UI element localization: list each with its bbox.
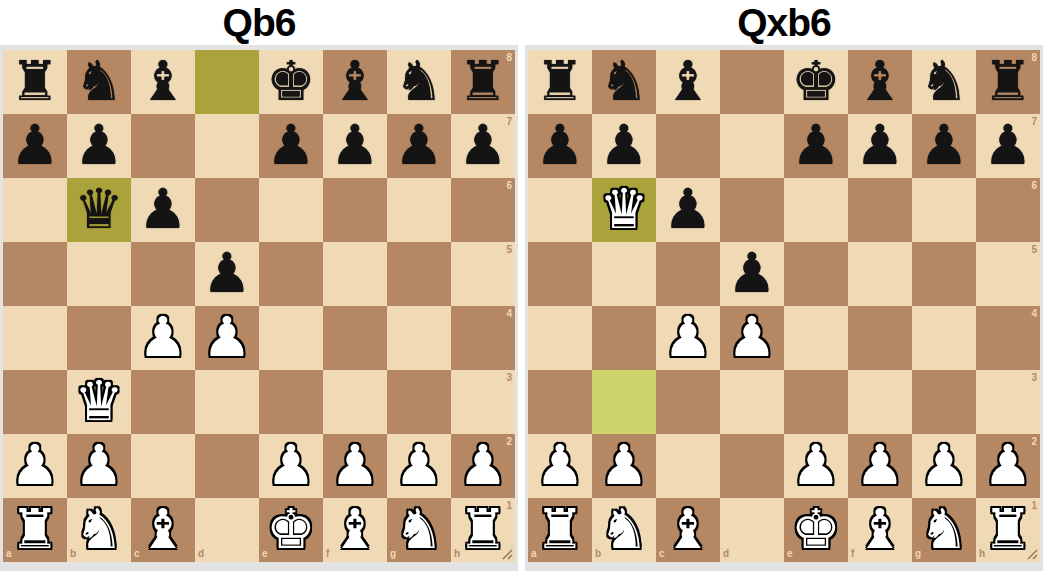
square-g7[interactable]: ♟ — [912, 114, 976, 178]
square-f7[interactable]: ♟ — [323, 114, 387, 178]
square-g1[interactable]: ♞g — [912, 498, 976, 562]
file-label-d: d — [198, 549, 204, 559]
square-d3[interactable] — [195, 370, 259, 434]
square-a2[interactable]: ♟ — [3, 434, 67, 498]
square-d8[interactable] — [720, 50, 784, 114]
white-pawn-piece[interactable]: ♟ — [195, 306, 259, 370]
square-b1[interactable]: ♞b — [67, 498, 131, 562]
square-c6[interactable]: ♟ — [131, 178, 195, 242]
white-pawn-piece[interactable]: ♟ — [976, 434, 1040, 498]
white-king-piece[interactable]: ♚ — [784, 498, 848, 562]
square-h2[interactable]: ♟2 — [976, 434, 1040, 498]
white-bishop-piece[interactable]: ♝ — [848, 498, 912, 562]
square-h5[interactable]: 5 — [976, 242, 1040, 306]
file-label-e: e — [262, 549, 268, 559]
square-g5[interactable] — [387, 242, 451, 306]
panel-qb6: Qb6 ♜♞♝♚♝♞♜8♟♟♟♟♟♟7♛♟6♟5♟♟4♛3♟♟♟♟♟♟2♜a♞b… — [0, 0, 518, 571]
square-h8[interactable]: ♜8 — [451, 50, 515, 114]
square-c2[interactable] — [131, 434, 195, 498]
square-a3[interactable] — [3, 370, 67, 434]
file-label-h: h — [979, 549, 985, 559]
square-g3[interactable] — [912, 370, 976, 434]
square-c4[interactable]: ♟ — [656, 306, 720, 370]
square-d7[interactable] — [195, 114, 259, 178]
square-a7[interactable]: ♟ — [3, 114, 67, 178]
black-bishop-piece[interactable]: ♝ — [323, 50, 387, 114]
chess-board-qb6: ♜♞♝♚♝♞♜8♟♟♟♟♟♟7♛♟6♟5♟♟4♛3♟♟♟♟♟♟2♜a♞b♝cd♚… — [3, 50, 515, 562]
rank-label-5: 5 — [1031, 245, 1037, 255]
black-pawn-piece[interactable]: ♟ — [259, 114, 323, 178]
square-b2[interactable]: ♟ — [67, 434, 131, 498]
square-b6[interactable]: ♛ — [592, 178, 656, 242]
square-f3[interactable] — [323, 370, 387, 434]
square-b1[interactable]: ♞b — [592, 498, 656, 562]
black-king-piece[interactable]: ♚ — [259, 50, 323, 114]
rank-label-6: 6 — [1031, 181, 1037, 191]
square-e7[interactable]: ♟ — [784, 114, 848, 178]
square-h7[interactable]: ♟7 — [976, 114, 1040, 178]
square-g4[interactable] — [387, 306, 451, 370]
square-h4[interactable]: 4 — [976, 306, 1040, 370]
black-pawn-piece[interactable]: ♟ — [720, 242, 784, 306]
square-b8[interactable]: ♞ — [67, 50, 131, 114]
white-queen-piece[interactable]: ♛ — [67, 370, 131, 434]
black-pawn-piece[interactable]: ♟ — [131, 178, 195, 242]
file-label-a: a — [531, 549, 537, 559]
square-d1[interactable]: d — [720, 498, 784, 562]
square-g6[interactable] — [387, 178, 451, 242]
square-a4[interactable] — [3, 306, 67, 370]
black-pawn-piece[interactable]: ♟ — [3, 114, 67, 178]
black-pawn-piece[interactable]: ♟ — [195, 242, 259, 306]
white-rook-piece[interactable]: ♜ — [528, 498, 592, 562]
black-pawn-piece[interactable]: ♟ — [976, 114, 1040, 178]
square-a5[interactable] — [3, 242, 67, 306]
white-pawn-piece[interactable]: ♟ — [656, 306, 720, 370]
black-queen-piece[interactable]: ♛ — [67, 178, 131, 242]
square-c5[interactable] — [131, 242, 195, 306]
square-a1[interactable]: ♜a — [528, 498, 592, 562]
square-g2[interactable]: ♟ — [912, 434, 976, 498]
square-d6[interactable] — [720, 178, 784, 242]
square-c3[interactable] — [656, 370, 720, 434]
square-d4[interactable]: ♟ — [195, 306, 259, 370]
black-pawn-piece[interactable]: ♟ — [592, 114, 656, 178]
square-e5[interactable] — [259, 242, 323, 306]
file-label-c: c — [134, 549, 140, 559]
square-d4[interactable]: ♟ — [720, 306, 784, 370]
square-f1[interactable]: ♝f — [323, 498, 387, 562]
white-pawn-piece[interactable]: ♟ — [720, 306, 784, 370]
white-bishop-piece[interactable]: ♝ — [323, 498, 387, 562]
white-knight-piece[interactable]: ♞ — [912, 498, 976, 562]
square-e2[interactable]: ♟ — [259, 434, 323, 498]
black-rook-piece[interactable]: ♜ — [528, 50, 592, 114]
square-h3[interactable]: 3 — [451, 370, 515, 434]
square-c7[interactable] — [131, 114, 195, 178]
black-rook-piece[interactable]: ♜ — [3, 50, 67, 114]
square-b4[interactable] — [592, 306, 656, 370]
square-h2[interactable]: ♟2 — [451, 434, 515, 498]
square-e1[interactable]: ♚e — [259, 498, 323, 562]
square-c2[interactable] — [656, 434, 720, 498]
square-e7[interactable]: ♟ — [259, 114, 323, 178]
white-bishop-piece[interactable]: ♝ — [131, 498, 195, 562]
square-h6[interactable]: 6 — [451, 178, 515, 242]
square-d6[interactable] — [195, 178, 259, 242]
square-h8[interactable]: ♜8 — [976, 50, 1040, 114]
square-a6[interactable] — [528, 178, 592, 242]
square-d5[interactable]: ♟ — [720, 242, 784, 306]
square-g1[interactable]: ♞g — [387, 498, 451, 562]
square-a8[interactable]: ♜ — [528, 50, 592, 114]
black-bishop-piece[interactable]: ♝ — [656, 50, 720, 114]
square-e2[interactable]: ♟ — [784, 434, 848, 498]
black-bishop-piece[interactable]: ♝ — [848, 50, 912, 114]
square-b7[interactable]: ♟ — [592, 114, 656, 178]
square-d1[interactable]: d — [195, 498, 259, 562]
black-rook-piece[interactable]: ♜ — [976, 50, 1040, 114]
panel-qxb6: Qxb6 ♜♞♝♚♝♞♜8♟♟♟♟♟♟7♛♟6♟5♟♟43♟♟♟♟♟♟2♜a♞b… — [525, 0, 1043, 571]
board-resize-handle[interactable] — [1026, 548, 1038, 560]
rank-label-7: 7 — [506, 117, 512, 127]
square-b4[interactable] — [67, 306, 131, 370]
square-c1[interactable]: ♝c — [656, 498, 720, 562]
square-c6[interactable]: ♟ — [656, 178, 720, 242]
black-pawn-piece[interactable]: ♟ — [67, 114, 131, 178]
square-f4[interactable] — [848, 306, 912, 370]
file-label-b: b — [595, 549, 601, 559]
white-pawn-piece[interactable]: ♟ — [451, 434, 515, 498]
square-b3[interactable]: ♛ — [67, 370, 131, 434]
black-bishop-piece[interactable]: ♝ — [131, 50, 195, 114]
square-c7[interactable] — [656, 114, 720, 178]
square-g6[interactable] — [912, 178, 976, 242]
square-e4[interactable] — [784, 306, 848, 370]
square-g7[interactable]: ♟ — [387, 114, 451, 178]
rank-label-2: 2 — [506, 437, 512, 447]
white-knight-piece[interactable]: ♞ — [387, 498, 451, 562]
square-d2[interactable] — [720, 434, 784, 498]
black-king-piece[interactable]: ♚ — [784, 50, 848, 114]
square-c1[interactable]: ♝c — [131, 498, 195, 562]
black-pawn-piece[interactable]: ♟ — [656, 178, 720, 242]
square-d2[interactable] — [195, 434, 259, 498]
square-d3[interactable] — [720, 370, 784, 434]
black-pawn-piece[interactable]: ♟ — [784, 114, 848, 178]
square-c3[interactable] — [131, 370, 195, 434]
square-g5[interactable] — [912, 242, 976, 306]
black-knight-piece[interactable]: ♞ — [67, 50, 131, 114]
square-f1[interactable]: ♝f — [848, 498, 912, 562]
rank-label-1: 1 — [1031, 501, 1037, 511]
square-f5[interactable] — [848, 242, 912, 306]
file-label-c: c — [659, 549, 665, 559]
square-b6[interactable]: ♛ — [67, 178, 131, 242]
file-label-d: d — [723, 549, 729, 559]
black-knight-piece[interactable]: ♞ — [912, 50, 976, 114]
rank-label-4: 4 — [506, 309, 512, 319]
white-pawn-piece[interactable]: ♟ — [131, 306, 195, 370]
file-label-f: f — [326, 549, 329, 559]
black-pawn-piece[interactable]: ♟ — [528, 114, 592, 178]
square-b8[interactable]: ♞ — [592, 50, 656, 114]
square-f3[interactable] — [848, 370, 912, 434]
square-e6[interactable] — [259, 178, 323, 242]
white-pawn-piece[interactable]: ♟ — [387, 434, 451, 498]
square-c8[interactable]: ♝ — [656, 50, 720, 114]
black-pawn-piece[interactable]: ♟ — [848, 114, 912, 178]
white-knight-piece[interactable]: ♞ — [67, 498, 131, 562]
black-rook-piece[interactable]: ♜ — [451, 50, 515, 114]
square-b5[interactable] — [67, 242, 131, 306]
square-f8[interactable]: ♝ — [323, 50, 387, 114]
file-label-a: a — [6, 549, 12, 559]
white-pawn-piece[interactable]: ♟ — [784, 434, 848, 498]
square-e8[interactable]: ♚ — [259, 50, 323, 114]
square-a1[interactable]: ♜a — [3, 498, 67, 562]
square-h7[interactable]: ♟7 — [451, 114, 515, 178]
square-g8[interactable]: ♞ — [912, 50, 976, 114]
square-a4[interactable] — [528, 306, 592, 370]
chess-board-qxb6: ♜♞♝♚♝♞♜8♟♟♟♟♟♟7♛♟6♟5♟♟43♟♟♟♟♟♟2♜a♞b♝cd♚e… — [528, 50, 1040, 562]
square-g2[interactable]: ♟ — [387, 434, 451, 498]
square-d8[interactable] — [195, 50, 259, 114]
white-bishop-piece[interactable]: ♝ — [656, 498, 720, 562]
square-c5[interactable] — [656, 242, 720, 306]
black-pawn-piece[interactable]: ♟ — [387, 114, 451, 178]
square-h4[interactable]: 4 — [451, 306, 515, 370]
square-g4[interactable] — [912, 306, 976, 370]
file-label-g: g — [915, 549, 921, 559]
black-pawn-piece[interactable]: ♟ — [912, 114, 976, 178]
square-a8[interactable]: ♜ — [3, 50, 67, 114]
square-f7[interactable]: ♟ — [848, 114, 912, 178]
black-pawn-piece[interactable]: ♟ — [451, 114, 515, 178]
rank-label-1: 1 — [506, 501, 512, 511]
white-pawn-piece[interactable]: ♟ — [323, 434, 387, 498]
square-a6[interactable] — [3, 178, 67, 242]
rank-label-6: 6 — [506, 181, 512, 191]
square-f2[interactable]: ♟ — [848, 434, 912, 498]
square-d7[interactable] — [720, 114, 784, 178]
black-knight-piece[interactable]: ♞ — [592, 50, 656, 114]
black-pawn-piece[interactable]: ♟ — [323, 114, 387, 178]
square-f6[interactable] — [323, 178, 387, 242]
square-f6[interactable] — [848, 178, 912, 242]
white-pawn-piece[interactable]: ♟ — [67, 434, 131, 498]
file-label-f: f — [851, 549, 854, 559]
square-e6[interactable] — [784, 178, 848, 242]
square-f8[interactable]: ♝ — [848, 50, 912, 114]
comparison-page: Qb6 ♜♞♝♚♝♞♜8♟♟♟♟♟♟7♛♟6♟5♟♟4♛3♟♟♟♟♟♟2♜a♞b… — [0, 0, 1050, 571]
white-rook-piece[interactable]: ♜ — [3, 498, 67, 562]
rank-label-4: 4 — [1031, 309, 1037, 319]
rank-label-8: 8 — [506, 53, 512, 63]
square-a2[interactable]: ♟ — [528, 434, 592, 498]
rank-label-3: 3 — [506, 373, 512, 383]
rank-label-8: 8 — [1031, 53, 1037, 63]
file-label-b: b — [70, 549, 76, 559]
square-g8[interactable]: ♞ — [387, 50, 451, 114]
square-c4[interactable]: ♟ — [131, 306, 195, 370]
square-a7[interactable]: ♟ — [528, 114, 592, 178]
square-e5[interactable] — [784, 242, 848, 306]
square-a3[interactable] — [528, 370, 592, 434]
white-king-piece[interactable]: ♚ — [259, 498, 323, 562]
board-frame-right: ♜♞♝♚♝♞♜8♟♟♟♟♟♟7♛♟6♟5♟♟43♟♟♟♟♟♟2♜a♞b♝cd♚e… — [525, 45, 1043, 571]
square-e1[interactable]: ♚e — [784, 498, 848, 562]
black-knight-piece[interactable]: ♞ — [387, 50, 451, 114]
white-pawn-piece[interactable]: ♟ — [528, 434, 592, 498]
white-pawn-piece[interactable]: ♟ — [912, 434, 976, 498]
square-a5[interactable] — [528, 242, 592, 306]
square-b2[interactable]: ♟ — [592, 434, 656, 498]
square-h5[interactable]: 5 — [451, 242, 515, 306]
file-label-g: g — [390, 549, 396, 559]
white-pawn-piece[interactable]: ♟ — [848, 434, 912, 498]
white-knight-piece[interactable]: ♞ — [592, 498, 656, 562]
rank-label-7: 7 — [1031, 117, 1037, 127]
move-title-qxb6: Qxb6 — [525, 0, 1043, 45]
move-title-qb6: Qb6 — [0, 0, 518, 45]
square-g3[interactable] — [387, 370, 451, 434]
square-b3[interactable] — [592, 370, 656, 434]
square-b5[interactable] — [592, 242, 656, 306]
square-e4[interactable] — [259, 306, 323, 370]
white-pawn-piece[interactable]: ♟ — [259, 434, 323, 498]
rank-label-3: 3 — [1031, 373, 1037, 383]
square-d5[interactable]: ♟ — [195, 242, 259, 306]
square-h6[interactable]: 6 — [976, 178, 1040, 242]
square-f5[interactable] — [323, 242, 387, 306]
file-label-e: e — [787, 549, 793, 559]
square-f2[interactable]: ♟ — [323, 434, 387, 498]
rank-label-2: 2 — [1031, 437, 1037, 447]
square-h3[interactable]: 3 — [976, 370, 1040, 434]
square-c8[interactable]: ♝ — [131, 50, 195, 114]
square-f4[interactable] — [323, 306, 387, 370]
board-resize-handle[interactable] — [501, 548, 513, 560]
white-pawn-piece[interactable]: ♟ — [592, 434, 656, 498]
square-e8[interactable]: ♚ — [784, 50, 848, 114]
white-pawn-piece[interactable]: ♟ — [3, 434, 67, 498]
file-label-h: h — [454, 549, 460, 559]
square-e3[interactable] — [784, 370, 848, 434]
white-queen-piece[interactable]: ♛ — [592, 178, 656, 242]
square-b7[interactable]: ♟ — [67, 114, 131, 178]
board-frame-left: ♜♞♝♚♝♞♜8♟♟♟♟♟♟7♛♟6♟5♟♟4♛3♟♟♟♟♟♟2♜a♞b♝cd♚… — [0, 45, 518, 571]
rank-label-5: 5 — [506, 245, 512, 255]
square-e3[interactable] — [259, 370, 323, 434]
